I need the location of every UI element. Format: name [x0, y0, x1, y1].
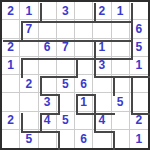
region-border-segment [94, 58, 114, 60]
region-border-segment [58, 58, 78, 60]
region-border-segment [131, 113, 150, 115]
region-border-segment [131, 21, 133, 41]
region-border-segment [40, 76, 42, 96]
region-border-segment [21, 113, 23, 133]
region-border-segment [113, 76, 133, 78]
cell-r1c7[interactable]: 1 [112, 2, 130, 20]
region-border-segment [76, 40, 96, 42]
region-border-segment [76, 113, 96, 115]
region-border-segment [131, 40, 133, 60]
region-border-segment [131, 94, 133, 114]
cell-r1c2[interactable]: 1 [20, 2, 38, 20]
region-border-segment [131, 76, 150, 78]
region-border-segment [58, 94, 60, 114]
region-border-segment [21, 58, 41, 60]
cell-r2c1[interactable] [2, 20, 20, 38]
region-border-segment [94, 131, 114, 133]
region-border-segment [40, 94, 60, 96]
region-border-segment [113, 40, 133, 42]
region-border-segment [21, 58, 23, 78]
region-border-segment [76, 94, 78, 114]
region-border-segment [76, 94, 96, 96]
cell-r1c1[interactable]: 2 [2, 2, 20, 20]
region-border-segment [40, 40, 60, 42]
region-border-segment [21, 40, 41, 42]
cell-r7c1[interactable]: 2 [2, 112, 20, 130]
region-border-segment [94, 40, 96, 60]
region-border-segment [58, 21, 78, 23]
region-border-segment [76, 58, 78, 78]
region-border-segment [94, 113, 114, 115]
region-border-segment [94, 3, 96, 23]
region-border-segment [113, 131, 115, 150]
region-border-segment [113, 58, 133, 60]
region-border-segment [94, 113, 96, 133]
region-border-segment [131, 76, 133, 96]
region-border-segment [76, 21, 96, 23]
cell-r1c5[interactable] [75, 2, 93, 20]
region-border-segment [40, 131, 60, 133]
cell-r8c5[interactable]: 6 [75, 130, 93, 148]
region-border-segment [40, 76, 60, 78]
region-border-segment [40, 58, 60, 60]
region-border-segment [21, 21, 41, 23]
region-border-segment [113, 76, 115, 96]
cell-r5c1[interactable] [2, 75, 20, 93]
region-border-segment [76, 58, 96, 60]
region-border-segment [94, 21, 114, 23]
region-border-segment [40, 113, 60, 115]
region-border-segment [94, 94, 96, 114]
region-border-segment [58, 131, 60, 150]
region-border-segment [94, 76, 114, 78]
puzzle-board: 21321762671513125631524542561 [0, 0, 150, 150]
region-border-segment [40, 3, 42, 23]
region-border-segment [94, 40, 114, 42]
cell-r6c2[interactable] [20, 93, 38, 111]
region-border-segment [40, 21, 60, 23]
region-border-segment [40, 113, 42, 133]
region-border-segment [131, 3, 133, 23]
cell-r8c1[interactable] [2, 130, 20, 148]
region-border-segment [3, 40, 23, 42]
region-border-segment [94, 58, 96, 78]
region-border-segment [21, 131, 41, 133]
region-border-segment [58, 40, 78, 42]
cell-r1c4[interactable]: 3 [57, 2, 75, 20]
cell-r4c1[interactable]: 1 [2, 57, 20, 75]
cell-r6c1[interactable] [2, 93, 20, 111]
region-border-segment [21, 21, 23, 41]
region-border-segment [113, 21, 133, 23]
region-border-segment [58, 76, 78, 78]
cell-grid: 21321762671513125631524542561 [2, 2, 148, 148]
cell-r8c8[interactable]: 1 [130, 130, 148, 148]
